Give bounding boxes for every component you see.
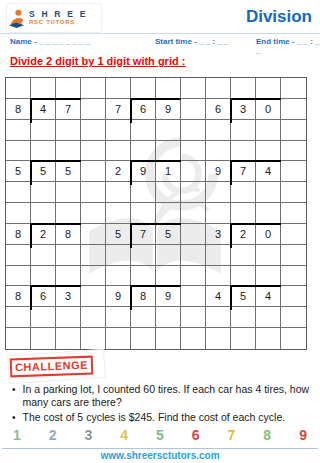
grid-cell xyxy=(106,328,131,349)
grid-cell xyxy=(156,245,181,266)
grid-cell xyxy=(256,78,281,99)
grid-cell xyxy=(56,307,81,328)
footer-digit-9: 9 xyxy=(299,427,307,443)
grid-cell xyxy=(156,182,181,203)
grid-cell xyxy=(256,266,281,287)
grid-cell xyxy=(31,328,56,349)
grid-cell xyxy=(231,120,256,141)
grid-cell: 9 xyxy=(131,161,156,182)
grid-cell: 9 xyxy=(106,286,131,307)
grid-cell xyxy=(131,182,156,203)
grid-cell xyxy=(156,120,181,141)
grid-cell xyxy=(206,141,231,162)
grid-cell xyxy=(106,245,131,266)
grid-cell xyxy=(181,161,206,182)
website-link: www.shreersctutors.com xyxy=(0,450,320,461)
grid-cell xyxy=(181,266,206,287)
meta-row: Name - _ _ _ _ _ _ _ _ Start time - _ _ … xyxy=(0,37,320,49)
grid-cell xyxy=(256,203,281,224)
grid-cell: 9 xyxy=(156,99,181,120)
grid-cell: 2 xyxy=(106,161,131,182)
grid-cell xyxy=(31,266,56,287)
grid-cell: 4 xyxy=(31,99,56,120)
grid-cell xyxy=(56,120,81,141)
grid-cell xyxy=(206,182,231,203)
grid-cell xyxy=(6,245,31,266)
challenge-item: • In a parking lot, I counted 60 tires. … xyxy=(12,383,312,409)
grid-cell xyxy=(181,203,206,224)
grid-cell xyxy=(281,266,306,287)
grid-cell: 3 xyxy=(56,286,81,307)
grid-cell xyxy=(231,141,256,162)
grid-cell xyxy=(206,266,231,287)
footer-digit-2: 2 xyxy=(49,427,57,443)
grid-cell xyxy=(181,141,206,162)
challenge-item-text: In a parking lot, I counted 60 tires. If… xyxy=(23,383,312,409)
grid-cell xyxy=(6,182,31,203)
grid-cell xyxy=(131,328,156,349)
grid-cell xyxy=(31,203,56,224)
grid-cell xyxy=(256,182,281,203)
grid-cell xyxy=(106,78,131,99)
grid-cell: 7 xyxy=(106,99,131,120)
grid-cell xyxy=(131,203,156,224)
footer-digit-3: 3 xyxy=(85,427,93,443)
grid-cell xyxy=(181,99,206,120)
grid-cell xyxy=(281,161,306,182)
grid-cell: 7 xyxy=(231,161,256,182)
start-time-label: Start time - _ _ : _ _ xyxy=(155,37,228,46)
grid-cell: 5 xyxy=(31,161,56,182)
grid-cell: 1 xyxy=(156,161,181,182)
grid-cell xyxy=(31,245,56,266)
grid-cell xyxy=(31,141,56,162)
grid-cell xyxy=(81,328,106,349)
grid-cell: 5 xyxy=(6,161,31,182)
grid-cell xyxy=(56,182,81,203)
grid-cell xyxy=(281,141,306,162)
footer-digit-1: 1 xyxy=(13,427,21,443)
grid-cell: 5 xyxy=(106,224,131,245)
grid-cell xyxy=(281,224,306,245)
grid-cell xyxy=(131,78,156,99)
grid-cell xyxy=(56,245,81,266)
footer-digit-6: 6 xyxy=(192,427,200,443)
grid-cell xyxy=(81,161,106,182)
grid-cell xyxy=(56,266,81,287)
grid-cell xyxy=(106,182,131,203)
grid-cell: 8 xyxy=(131,286,156,307)
grid-cell xyxy=(181,78,206,99)
bullet-icon: • xyxy=(12,411,16,424)
grid-cell xyxy=(256,328,281,349)
grid-cell: 9 xyxy=(156,286,181,307)
footer-digit-4: 4 xyxy=(120,427,128,443)
grid-cell xyxy=(256,141,281,162)
grid-cell xyxy=(131,141,156,162)
name-field-label: Name - _ _ _ _ _ _ _ _ xyxy=(10,37,90,46)
footer-digit-7: 7 xyxy=(228,427,236,443)
grid-cell: 0 xyxy=(256,224,281,245)
grid-cell: 5 xyxy=(156,224,181,245)
grid-cell xyxy=(56,78,81,99)
grid-cell xyxy=(256,307,281,328)
grid-cell xyxy=(181,307,206,328)
grid-cell xyxy=(106,203,131,224)
grid-cell xyxy=(81,78,106,99)
grid-cell xyxy=(281,328,306,349)
grid-cell: 7 xyxy=(131,224,156,245)
grid-cell xyxy=(181,224,206,245)
grid-cell xyxy=(206,203,231,224)
grid-cell xyxy=(231,328,256,349)
grid-cell xyxy=(281,245,306,266)
end-time-label: End time - _ _ : _ _ xyxy=(256,37,320,55)
grid-cell: 5 xyxy=(231,286,256,307)
grid-cell xyxy=(231,266,256,287)
grid-cell: 6 xyxy=(131,99,156,120)
grid-cell: 8 xyxy=(6,99,31,120)
grid-cell: 6 xyxy=(206,99,231,120)
grid-cell xyxy=(281,307,306,328)
logo-text: S H R E E RSC TUTORS xyxy=(29,10,88,26)
grid-cell: 7 xyxy=(56,99,81,120)
grid-cell: 8 xyxy=(6,286,31,307)
grid-cell xyxy=(6,307,31,328)
grid-cell xyxy=(206,307,231,328)
page-title: Division xyxy=(246,7,312,27)
grid-cell xyxy=(6,78,31,99)
grid-cell xyxy=(231,78,256,99)
grid-cell xyxy=(256,245,281,266)
grid-cell xyxy=(31,78,56,99)
grid-cell xyxy=(281,120,306,141)
worksheet-page: S H R E E RSC TUTORS Division Name - _ _… xyxy=(0,0,320,463)
grid-cell xyxy=(281,99,306,120)
grid-cell xyxy=(81,182,106,203)
grid-cell xyxy=(131,245,156,266)
grid-cell xyxy=(81,245,106,266)
grid-cell xyxy=(156,328,181,349)
grid-cell xyxy=(281,182,306,203)
grid-cell xyxy=(6,120,31,141)
challenge-item: • The cost of 5 cycles is $245. Find the… xyxy=(12,411,312,424)
grid-cell xyxy=(81,307,106,328)
grid-cell xyxy=(181,182,206,203)
logo-brand-name: S H R E E xyxy=(29,10,88,19)
grid-cell xyxy=(231,182,256,203)
grid-cell xyxy=(156,141,181,162)
challenge-stamp: CHALLENGE xyxy=(10,356,94,378)
grid-cell xyxy=(56,328,81,349)
bullet-icon: • xyxy=(12,383,16,409)
grid-cell xyxy=(231,203,256,224)
grid-cell: 5 xyxy=(56,161,81,182)
grid-cell xyxy=(156,203,181,224)
grid-cell xyxy=(6,141,31,162)
division-grid-container: 847769630555291974828575320863989454 xyxy=(5,77,307,350)
grid-cell xyxy=(131,266,156,287)
grid-cell xyxy=(106,120,131,141)
grid-cell xyxy=(31,182,56,203)
grid-cell xyxy=(131,307,156,328)
digits-row: 123456789 xyxy=(13,427,307,443)
logo-sub-name: RSC TUTORS xyxy=(29,19,88,26)
grid-cell: 8 xyxy=(6,224,31,245)
grid-cell xyxy=(256,120,281,141)
grid-cell xyxy=(56,141,81,162)
grid-cell: 4 xyxy=(256,161,281,182)
grid-cell: 3 xyxy=(231,99,256,120)
grid-cell xyxy=(181,286,206,307)
grid-cell xyxy=(231,245,256,266)
grid-cell xyxy=(156,266,181,287)
challenge-list: • In a parking lot, I counted 60 tires. … xyxy=(12,383,312,426)
grid-cell xyxy=(6,266,31,287)
grid-cell: 2 xyxy=(231,224,256,245)
grid-cell: 4 xyxy=(206,286,231,307)
grid-cell xyxy=(31,120,56,141)
grid-cell xyxy=(6,328,31,349)
grid-cell xyxy=(81,266,106,287)
grid-cell xyxy=(281,78,306,99)
header-divider xyxy=(0,33,320,34)
grid-cell xyxy=(106,266,131,287)
grid-cell: 6 xyxy=(31,286,56,307)
grid-cell xyxy=(81,120,106,141)
grid-cell xyxy=(81,141,106,162)
footer-digit-8: 8 xyxy=(263,427,271,443)
grid-cell xyxy=(81,286,106,307)
grid-cell xyxy=(181,245,206,266)
grid-cell: 9 xyxy=(206,161,231,182)
worksheet-instruction: Divide 2 digit by 1 digit with grid : xyxy=(10,55,185,67)
grid-cell xyxy=(181,328,206,349)
challenge-item-text: The cost of 5 cycles is $245. Find the c… xyxy=(23,411,286,424)
grid-cell xyxy=(106,141,131,162)
grid-cell xyxy=(206,78,231,99)
grid-cell xyxy=(81,224,106,245)
grid-cell: 0 xyxy=(256,99,281,120)
grid-cell xyxy=(81,99,106,120)
division-grid: 847769630555291974828575320863989454 xyxy=(5,77,307,350)
grid-cell xyxy=(281,286,306,307)
grid-cell: 8 xyxy=(56,224,81,245)
grid-cell xyxy=(156,78,181,99)
grid-cell xyxy=(156,307,181,328)
grid-cell xyxy=(106,307,131,328)
footer-digit-5: 5 xyxy=(156,427,164,443)
grid-cell xyxy=(206,328,231,349)
grid-cell xyxy=(131,120,156,141)
grid-cell xyxy=(206,245,231,266)
grid-cell xyxy=(281,203,306,224)
grid-cell xyxy=(56,203,81,224)
shree-logo: S H R E E RSC TUTORS xyxy=(6,3,102,33)
grid-cell xyxy=(181,120,206,141)
footer-divider xyxy=(2,448,318,449)
grid-cell xyxy=(6,203,31,224)
shree-logo-icon xyxy=(7,8,26,29)
grid-cell: 3 xyxy=(206,224,231,245)
grid-cell xyxy=(231,307,256,328)
grid-cell xyxy=(206,120,231,141)
grid-cell: 4 xyxy=(256,286,281,307)
grid-cell xyxy=(81,203,106,224)
grid-cell: 2 xyxy=(31,224,56,245)
grid-cell xyxy=(31,307,56,328)
